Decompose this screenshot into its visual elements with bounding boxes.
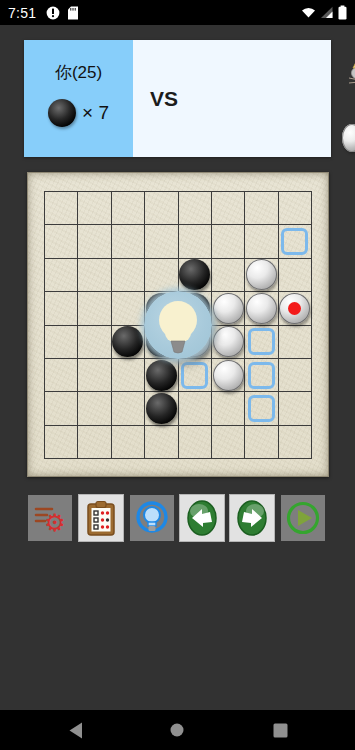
board-cell-e7[interactable]	[179, 392, 212, 425]
board-cell-e3[interactable]	[179, 259, 212, 292]
data-saver-icon	[46, 6, 60, 20]
hint-lightbulb-icon	[134, 500, 170, 536]
cell-signal-icon	[320, 6, 334, 19]
board-cell-a7[interactable]	[45, 392, 78, 425]
last-move-dot	[288, 302, 301, 315]
player-panel: 你(25) × 7	[24, 40, 133, 157]
board-cell-d3[interactable]	[145, 259, 178, 292]
board-cell-g7[interactable]	[245, 392, 278, 425]
board-cell-h1[interactable]	[279, 192, 312, 225]
board-cell-d7[interactable]	[145, 392, 178, 425]
app-screen: { "game": "othello-reversi (黑白棋 / Revers…	[0, 0, 355, 750]
nav-recents-button[interactable]	[260, 710, 300, 750]
board-cell-f3[interactable]	[212, 259, 245, 292]
black-stone	[146, 360, 177, 391]
legal-move-highlight[interactable]	[248, 395, 275, 422]
board-cell-g8[interactable]	[245, 426, 278, 459]
board-cell-a4[interactable]	[45, 292, 78, 325]
board-cell-h4[interactable]	[279, 292, 312, 325]
board-cell-h7[interactable]	[279, 392, 312, 425]
board-cell-c6[interactable]	[112, 359, 145, 392]
board-cell-h2[interactable]	[279, 225, 312, 258]
continue-play-button[interactable]	[281, 495, 325, 541]
wifi-icon	[301, 6, 316, 19]
hint-button[interactable]	[130, 495, 174, 541]
white-stone	[246, 259, 277, 290]
nav-back-button[interactable]	[55, 710, 95, 750]
black-stone	[112, 326, 143, 357]
board-cell-c3[interactable]	[112, 259, 145, 292]
board-cell-e2[interactable]	[179, 225, 212, 258]
board-cell-b6[interactable]	[78, 359, 111, 392]
board-cell-e6[interactable]	[179, 359, 212, 392]
board-cell-b5[interactable]	[78, 326, 111, 359]
game-board	[27, 172, 329, 477]
board-cell-e1[interactable]	[179, 192, 212, 225]
legal-move-highlight[interactable]	[281, 228, 308, 255]
board-cell-g4[interactable]	[245, 292, 278, 325]
board-cell-f2[interactable]	[212, 225, 245, 258]
board-cell-b4[interactable]	[78, 292, 111, 325]
status-bar: 7:51	[0, 0, 355, 25]
nav-home-button[interactable]	[157, 710, 197, 750]
board-cell-d2[interactable]	[145, 225, 178, 258]
player-black-stone-icon	[48, 99, 76, 127]
board-cell-b3[interactable]	[78, 259, 111, 292]
board-cell-c5[interactable]	[112, 326, 145, 359]
board-cell-c2[interactable]	[112, 225, 145, 258]
clipboard-icon	[86, 500, 116, 536]
board-cell-c4[interactable]	[112, 292, 145, 325]
board-cell-f4[interactable]	[212, 292, 245, 325]
battery-icon	[338, 5, 347, 20]
white-stone	[279, 293, 310, 324]
board-cell-h8[interactable]	[279, 426, 312, 459]
board-cell-g5[interactable]	[245, 326, 278, 359]
board-cell-g6[interactable]	[245, 359, 278, 392]
board-cell-f6[interactable]	[212, 359, 245, 392]
redo-button[interactable]	[230, 495, 274, 541]
legal-move-highlight[interactable]	[181, 362, 208, 389]
android-nav-bar	[0, 710, 355, 750]
board-cell-c7[interactable]	[112, 392, 145, 425]
redo-arrow-icon	[235, 499, 269, 537]
board-cell-d1[interactable]	[145, 192, 178, 225]
back-icon	[68, 722, 83, 739]
settings-gear-icon: ⚙	[32, 501, 68, 535]
board-cell-g3[interactable]	[245, 259, 278, 292]
white-stone	[213, 360, 244, 391]
board-cell-f5[interactable]	[212, 326, 245, 359]
legal-move-highlight[interactable]	[248, 328, 275, 355]
board-cell-a1[interactable]	[45, 192, 78, 225]
board-cell-f8[interactable]	[212, 426, 245, 459]
match-header: 你(25) × 7 VS ☆ ☆	[24, 40, 331, 157]
board-cell-b2[interactable]	[78, 225, 111, 258]
board-cell-h6[interactable]	[279, 359, 312, 392]
hint-lightbulb-overlay	[144, 291, 212, 359]
opponent-avatar: ☆ ☆	[346, 54, 355, 116]
game-record-button[interactable]	[79, 495, 123, 541]
board-cell-a8[interactable]	[45, 426, 78, 459]
board-cell-a6[interactable]	[45, 359, 78, 392]
home-icon	[170, 723, 184, 737]
legal-move-highlight[interactable]	[248, 362, 275, 389]
recents-icon	[273, 723, 288, 738]
undo-arrow-icon	[185, 499, 219, 537]
white-stone	[213, 293, 244, 324]
white-stone	[246, 293, 277, 324]
board-cell-c8[interactable]	[112, 426, 145, 459]
board-cell-f1[interactable]	[212, 192, 245, 225]
board-cell-f7[interactable]	[212, 392, 245, 425]
board-cell-d6[interactable]	[145, 359, 178, 392]
board-cell-g2[interactable]	[245, 225, 278, 258]
white-stone	[213, 326, 244, 357]
board-cell-c1[interactable]	[112, 192, 145, 225]
board-cell-h5[interactable]	[279, 326, 312, 359]
board-cell-g1[interactable]	[245, 192, 278, 225]
black-stone	[146, 393, 177, 424]
opponent-panel: VS ☆ ☆	[133, 40, 331, 157]
player-name: 你(25)	[24, 40, 133, 84]
board-cell-a5[interactable]	[45, 326, 78, 359]
board-cell-b7[interactable]	[78, 392, 111, 425]
black-stone	[179, 259, 210, 290]
board-cell-h3[interactable]	[279, 259, 312, 292]
board-cell-d8[interactable]	[145, 426, 178, 459]
board-cell-b8[interactable]	[78, 426, 111, 459]
board-cell-e8[interactable]	[179, 426, 212, 459]
sd-card-icon	[67, 6, 79, 20]
player-stone-count: × 7	[82, 102, 109, 124]
board-cell-a2[interactable]	[45, 225, 78, 258]
undo-button[interactable]	[180, 495, 224, 541]
svg-text:⚙: ⚙	[44, 509, 66, 535]
board-cell-b1[interactable]	[78, 192, 111, 225]
settings-button[interactable]: ⚙	[28, 495, 72, 541]
opponent-white-stone-icon	[342, 124, 355, 152]
play-icon	[285, 500, 321, 536]
vs-label: VS	[150, 87, 178, 111]
board-cell-a3[interactable]	[45, 259, 78, 292]
clock: 7:51	[8, 5, 36, 21]
